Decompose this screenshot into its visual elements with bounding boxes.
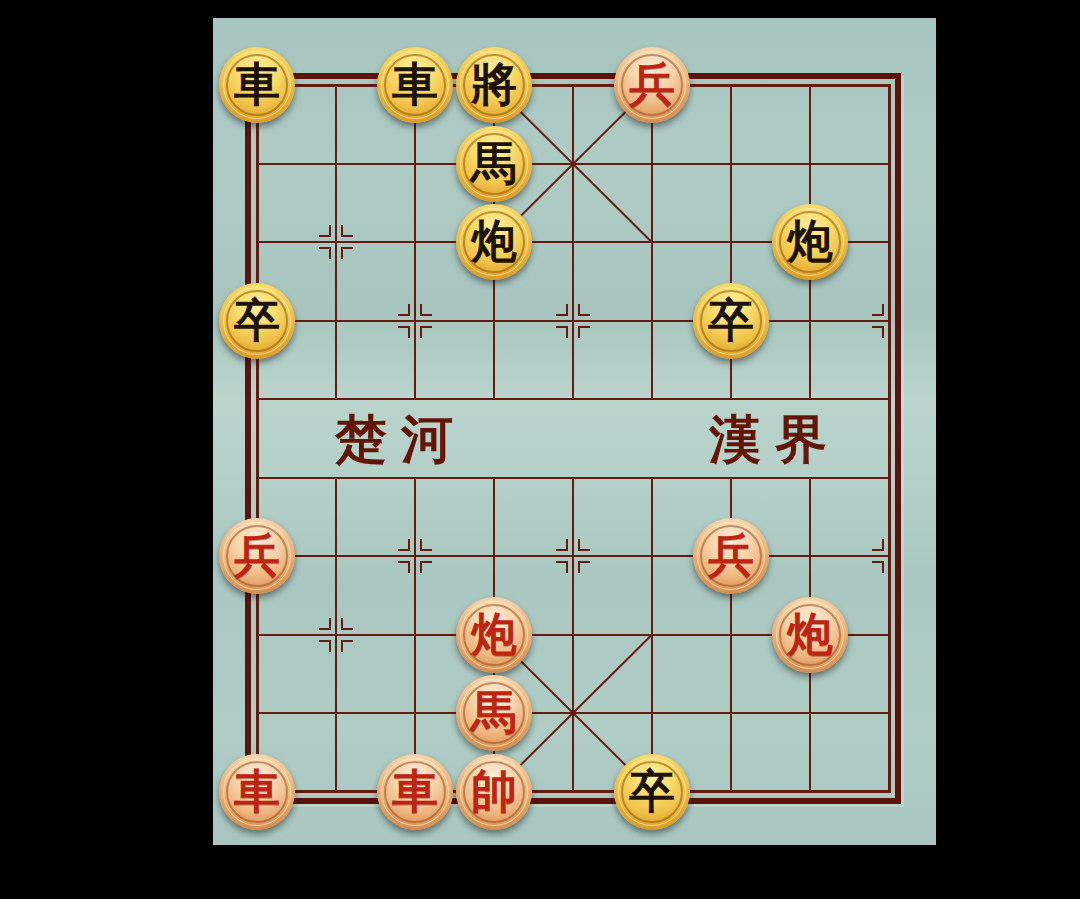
piece-red-soldier[interactable]: 兵 [693, 518, 769, 594]
point-marker [420, 539, 432, 551]
point-marker [420, 304, 432, 316]
point-marker [872, 561, 884, 573]
piece-glyph: 炮 [471, 218, 517, 264]
piece-glyph: 馬 [471, 140, 517, 186]
piece-glyph: 炮 [471, 611, 517, 657]
piece-black-cannon[interactable]: 炮 [456, 204, 532, 280]
xiangqi-board[interactable]: 楚河 漢界 車車將兵馬炮炮卒卒兵兵炮炮馬車車帥卒 [213, 18, 936, 845]
point-marker [319, 640, 331, 652]
piece-red-cannon[interactable]: 炮 [456, 597, 532, 673]
point-marker [319, 225, 331, 237]
piece-black-soldier[interactable]: 卒 [693, 283, 769, 359]
point-marker [578, 539, 590, 551]
piece-glyph: 車 [234, 61, 280, 107]
piece-glyph: 卒 [629, 768, 675, 814]
piece-glyph: 兵 [629, 61, 675, 107]
point-marker [420, 326, 432, 338]
piece-red-soldier[interactable]: 兵 [614, 47, 690, 123]
river-label-left: 楚河 [335, 413, 467, 465]
point-marker [341, 618, 353, 630]
point-marker [872, 304, 884, 316]
point-marker [872, 539, 884, 551]
piece-glyph: 兵 [234, 532, 280, 578]
piece-red-soldier[interactable]: 兵 [219, 518, 295, 594]
point-marker [398, 326, 410, 338]
point-marker [398, 304, 410, 316]
piece-black-horse[interactable]: 馬 [456, 126, 532, 202]
piece-red-horse[interactable]: 馬 [456, 675, 532, 751]
piece-black-cannon[interactable]: 炮 [772, 204, 848, 280]
point-marker [578, 304, 590, 316]
grid-line [414, 84, 416, 400]
river: 楚河 漢界 [257, 400, 889, 477]
piece-glyph: 炮 [787, 218, 833, 264]
point-marker [872, 326, 884, 338]
piece-black-soldier[interactable]: 卒 [219, 283, 295, 359]
piece-red-chariot[interactable]: 車 [219, 754, 295, 830]
point-marker [319, 247, 331, 259]
piece-glyph: 帥 [471, 768, 517, 814]
piece-red-cannon[interactable]: 炮 [772, 597, 848, 673]
piece-glyph: 兵 [708, 532, 754, 578]
piece-glyph: 卒 [708, 297, 754, 343]
point-marker [556, 539, 568, 551]
river-label-right: 漢界 [709, 413, 841, 465]
point-marker [578, 326, 590, 338]
piece-glyph: 炮 [787, 611, 833, 657]
piece-black-chariot[interactable]: 車 [377, 47, 453, 123]
page-background: { "game": "xiangqi", "position": { "fen"… [0, 0, 1080, 899]
grid-line [335, 84, 337, 400]
grid-line [414, 477, 416, 793]
point-marker [556, 326, 568, 338]
point-marker [341, 225, 353, 237]
piece-glyph: 將 [471, 61, 517, 107]
point-marker [578, 561, 590, 573]
point-marker [341, 640, 353, 652]
point-marker [398, 561, 410, 573]
piece-red-general[interactable]: 帥 [456, 754, 532, 830]
piece-glyph: 卒 [234, 297, 280, 343]
grid-line [335, 477, 337, 793]
point-marker [420, 561, 432, 573]
point-marker [556, 304, 568, 316]
piece-black-soldier[interactable]: 卒 [614, 754, 690, 830]
point-marker [341, 247, 353, 259]
piece-black-general[interactable]: 將 [456, 47, 532, 123]
point-marker [319, 618, 331, 630]
piece-black-chariot[interactable]: 車 [219, 47, 295, 123]
piece-glyph: 車 [392, 768, 438, 814]
point-marker [556, 561, 568, 573]
point-marker [398, 539, 410, 551]
piece-glyph: 車 [392, 61, 438, 107]
piece-red-chariot[interactable]: 車 [377, 754, 453, 830]
piece-glyph: 馬 [471, 689, 517, 735]
piece-glyph: 車 [234, 768, 280, 814]
